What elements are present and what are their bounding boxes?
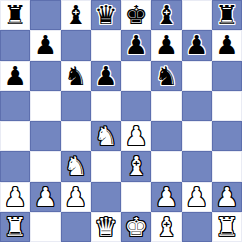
black-queen-icon[interactable]: ♛ [94,0,117,30]
white-pawn-icon[interactable]: ♟ [185,182,208,212]
square-c3[interactable]: ♞ [61,151,91,181]
square-e5[interactable] [121,91,151,121]
square-b3[interactable] [30,151,60,181]
black-bishop-icon[interactable]: ♝ [64,0,87,30]
square-f2[interactable]: ♟ [151,182,181,212]
square-d7[interactable] [91,30,121,60]
square-a8[interactable]: ♜ [0,0,30,30]
square-d1[interactable]: ♛ [91,212,121,242]
black-bishop-icon[interactable]: ♝ [155,0,178,30]
white-pawn-icon[interactable]: ♟ [155,182,178,212]
black-pawn-icon[interactable]: ♟ [34,30,57,60]
square-b8[interactable] [30,0,60,30]
black-pawn-icon[interactable]: ♟ [3,61,26,91]
square-e4[interactable]: ♟ [121,121,151,151]
square-a6[interactable]: ♟ [0,61,30,91]
square-f4[interactable] [151,121,181,151]
square-h5[interactable] [212,91,242,121]
white-bishop-icon[interactable]: ♝ [124,151,147,181]
square-g8[interactable] [182,0,212,30]
square-a5[interactable] [0,91,30,121]
square-g2[interactable]: ♟ [182,182,212,212]
square-g4[interactable] [182,121,212,151]
square-f8[interactable]: ♝ [151,0,181,30]
square-d6[interactable]: ♟ [91,61,121,91]
square-g1[interactable] [182,212,212,242]
square-c2[interactable]: ♟ [61,182,91,212]
square-h3[interactable] [212,151,242,181]
square-h4[interactable] [212,121,242,151]
square-c5[interactable] [61,91,91,121]
square-e7[interactable]: ♟ [121,30,151,60]
square-f7[interactable]: ♟ [151,30,181,60]
black-pawn-icon[interactable]: ♟ [124,30,147,60]
white-queen-icon[interactable]: ♛ [94,212,117,242]
square-d4[interactable]: ♞ [91,121,121,151]
square-f3[interactable] [151,151,181,181]
square-h7[interactable]: ♟ [212,30,242,60]
square-f5[interactable] [151,91,181,121]
square-h2[interactable]: ♟ [212,182,242,212]
chess-board: ♜♝♛♚♝♜♟♟♟♟♟♟♞♟♞♞♟♞♝♟♟♟♟♟♟♜♛♚♝♜ [0,0,242,242]
black-king-icon[interactable]: ♚ [124,0,147,30]
white-rook-icon[interactable]: ♜ [3,212,26,242]
black-pawn-icon[interactable]: ♟ [94,61,117,91]
square-g5[interactable] [182,91,212,121]
square-b5[interactable] [30,91,60,121]
square-b6[interactable] [30,61,60,91]
square-a4[interactable] [0,121,30,151]
square-c6[interactable]: ♞ [61,61,91,91]
square-b2[interactable]: ♟ [30,182,60,212]
square-b4[interactable] [30,121,60,151]
square-g3[interactable] [182,151,212,181]
square-e3[interactable]: ♝ [121,151,151,181]
square-b7[interactable]: ♟ [30,30,60,60]
square-c4[interactable] [61,121,91,151]
square-g6[interactable] [182,61,212,91]
square-a7[interactable] [0,30,30,60]
square-b1[interactable] [30,212,60,242]
white-king-icon[interactable]: ♚ [124,212,147,242]
square-a2[interactable]: ♟ [0,182,30,212]
white-pawn-icon[interactable]: ♟ [64,182,87,212]
square-h8[interactable]: ♜ [212,0,242,30]
white-pawn-icon[interactable]: ♟ [34,182,57,212]
white-knight-icon[interactable]: ♞ [94,121,117,151]
square-e2[interactable] [121,182,151,212]
square-d5[interactable] [91,91,121,121]
square-a3[interactable] [0,151,30,181]
square-h1[interactable]: ♜ [212,212,242,242]
square-d2[interactable] [91,182,121,212]
white-knight-icon[interactable]: ♞ [64,151,87,181]
white-pawn-icon[interactable]: ♟ [3,182,26,212]
black-rook-icon[interactable]: ♜ [3,0,26,30]
square-d3[interactable] [91,151,121,181]
white-rook-icon[interactable]: ♜ [215,212,238,242]
white-bishop-icon[interactable]: ♝ [155,212,178,242]
square-c8[interactable]: ♝ [61,0,91,30]
square-c7[interactable] [61,30,91,60]
square-d8[interactable]: ♛ [91,0,121,30]
white-pawn-icon[interactable]: ♟ [215,182,238,212]
white-pawn-icon[interactable]: ♟ [124,121,147,151]
square-h6[interactable] [212,61,242,91]
square-a1[interactable]: ♜ [0,212,30,242]
black-pawn-icon[interactable]: ♟ [185,30,208,60]
black-pawn-icon[interactable]: ♟ [215,30,238,60]
square-e1[interactable]: ♚ [121,212,151,242]
black-rook-icon[interactable]: ♜ [215,0,238,30]
square-e6[interactable] [121,61,151,91]
square-f6[interactable]: ♞ [151,61,181,91]
black-pawn-icon[interactable]: ♟ [155,30,178,60]
black-knight-icon[interactable]: ♞ [155,61,178,91]
square-f1[interactable]: ♝ [151,212,181,242]
square-e8[interactable]: ♚ [121,0,151,30]
black-knight-icon[interactable]: ♞ [64,61,87,91]
square-g7[interactable]: ♟ [182,30,212,60]
square-c1[interactable] [61,212,91,242]
